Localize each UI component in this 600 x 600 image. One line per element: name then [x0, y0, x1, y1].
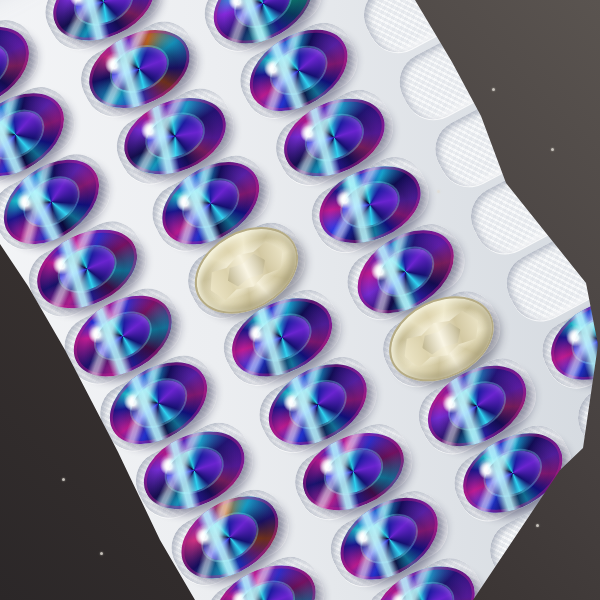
dust-speck — [536, 524, 539, 527]
product-photo-scene — [0, 0, 600, 600]
dust-speck — [62, 478, 65, 481]
dust-speck — [100, 552, 103, 555]
dust-speck — [492, 88, 495, 91]
dust-speck — [551, 148, 554, 151]
dust-speck — [437, 190, 440, 193]
